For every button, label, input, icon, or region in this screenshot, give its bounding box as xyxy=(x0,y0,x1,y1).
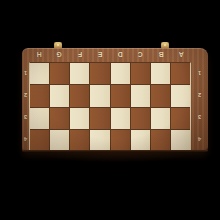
square-e2 xyxy=(90,85,109,106)
file-label-c: C xyxy=(130,48,150,62)
square-h1 xyxy=(30,63,49,84)
square-d3 xyxy=(111,108,130,129)
file-label-a: A xyxy=(171,48,191,62)
square-b3 xyxy=(151,108,170,129)
rank-label-left-3: 3 xyxy=(22,106,29,128)
square-f1 xyxy=(70,63,89,84)
file-label-f: F xyxy=(70,48,90,62)
square-a3 xyxy=(171,108,190,129)
fold-seam xyxy=(22,150,208,152)
rank-label-right-2: 2 xyxy=(191,84,208,106)
rank-label-left-4: 4 xyxy=(22,128,29,150)
square-h4 xyxy=(30,130,49,151)
file-label-b: B xyxy=(151,48,171,62)
square-g2 xyxy=(50,85,69,106)
square-e4 xyxy=(90,130,109,151)
square-d2 xyxy=(111,85,130,106)
square-g4 xyxy=(50,130,69,151)
rank-label-left-1: 1 xyxy=(22,62,29,84)
file-labels: H G F E D C B A xyxy=(29,48,191,62)
rank-labels-left: 1 2 3 4 xyxy=(22,62,29,150)
rank-label-right-1: 1 xyxy=(191,62,208,84)
squares-grid xyxy=(29,62,191,151)
square-g3 xyxy=(50,108,69,129)
square-d1 xyxy=(111,63,130,84)
file-label-d: D xyxy=(110,48,130,62)
square-h2 xyxy=(30,85,49,106)
square-d4 xyxy=(111,130,130,151)
square-e3 xyxy=(90,108,109,129)
square-c4 xyxy=(131,130,150,151)
rank-labels-right: 1 2 3 4 xyxy=(191,62,208,150)
rank-label-left-2: 2 xyxy=(22,84,29,106)
square-f2 xyxy=(70,85,89,106)
square-a4 xyxy=(171,130,190,151)
photo-scene: H G F E D C B A 1 2 3 4 1 2 3 4 xyxy=(0,0,220,220)
square-c2 xyxy=(131,85,150,106)
file-label-g: G xyxy=(49,48,69,62)
board-shadow xyxy=(28,151,204,163)
square-a2 xyxy=(171,85,190,106)
square-f3 xyxy=(70,108,89,129)
square-b1 xyxy=(151,63,170,84)
rank-label-right-3: 3 xyxy=(191,106,208,128)
rank-label-right-4: 4 xyxy=(191,128,208,150)
chess-board: H G F E D C B A 1 2 3 4 1 2 3 4 xyxy=(22,48,208,152)
square-f4 xyxy=(70,130,89,151)
square-e1 xyxy=(90,63,109,84)
square-b2 xyxy=(151,85,170,106)
file-label-h: H xyxy=(29,48,49,62)
file-label-e: E xyxy=(90,48,110,62)
square-b4 xyxy=(151,130,170,151)
square-c1 xyxy=(131,63,150,84)
square-h3 xyxy=(30,108,49,129)
square-c3 xyxy=(131,108,150,129)
square-a1 xyxy=(171,63,190,84)
square-g1 xyxy=(50,63,69,84)
